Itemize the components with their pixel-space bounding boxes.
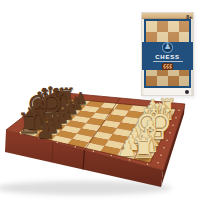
piece-light-knight: ♞ xyxy=(151,98,177,124)
piece-dark-bishop: ♝ xyxy=(22,95,57,130)
piece-light-king: ♚ xyxy=(132,102,176,146)
piece-dark-pawn: ♟ xyxy=(56,103,75,122)
piece-light-pawn: ♟ xyxy=(120,132,141,153)
folded-board-icon xyxy=(162,63,173,70)
piece-light-bishop: ♝ xyxy=(145,100,176,131)
piece-light-rook: ♜ xyxy=(157,96,178,117)
piece-dark-pawn: ♟ xyxy=(40,115,61,136)
box-subtitle-line xyxy=(153,61,183,62)
piece-light-pawn: ♟ xyxy=(140,104,157,121)
piece-dark-pawn: ♟ xyxy=(73,91,90,108)
piece-light-knight: ♞ xyxy=(131,125,163,157)
piece-dark-pawn: ♟ xyxy=(62,99,80,117)
piece-light-pawn: ♟ xyxy=(128,121,148,141)
piece-dark-bishop: ♝ xyxy=(40,85,71,116)
product-photo: ♜♞♝♛♚♝♞♜♟♟♟♟♟♟♟♟♟♟♟♟♟♟♟♟♜♞♝♛♚♝♞♜ 8+ ♟ CH… xyxy=(0,0,200,200)
piece-dark-pawn: ♟ xyxy=(51,107,71,127)
piece-light-pawn: ♟ xyxy=(124,126,145,147)
piece-light-pawn: ♟ xyxy=(116,137,138,159)
piece-light-pawn: ♟ xyxy=(145,98,162,115)
piece-dark-rook: ♜ xyxy=(15,110,43,138)
piece-dark-king: ♚ xyxy=(23,83,67,127)
piece-dark-knight: ♞ xyxy=(18,102,50,134)
piece-light-pawn: ♟ xyxy=(136,109,154,127)
piece-dark-pawn: ♟ xyxy=(34,119,56,141)
piece-dark-pawn: ♟ xyxy=(45,111,66,132)
piece-dark-queen: ♛ xyxy=(31,83,69,121)
product-box: 8+ ♟ CHESS xyxy=(141,12,194,96)
brand-logo-icon xyxy=(185,90,189,94)
piece-dark-knight: ♞ xyxy=(48,85,74,111)
piece-dark-rook: ♜ xyxy=(56,85,77,106)
piece-light-queen: ♛ xyxy=(138,100,176,138)
box-title: CHESS xyxy=(155,54,180,60)
chess-pawn-icon: ♟ xyxy=(162,42,173,53)
box-title-band: ♟ CHESS xyxy=(142,42,193,70)
piece-light-bishop: ♝ xyxy=(133,116,168,151)
piece-dark-pawn: ♟ xyxy=(67,95,84,112)
piece-light-pawn: ♟ xyxy=(132,115,151,134)
box-bottom-strip xyxy=(144,88,191,95)
piece-light-rook: ♜ xyxy=(129,135,157,163)
